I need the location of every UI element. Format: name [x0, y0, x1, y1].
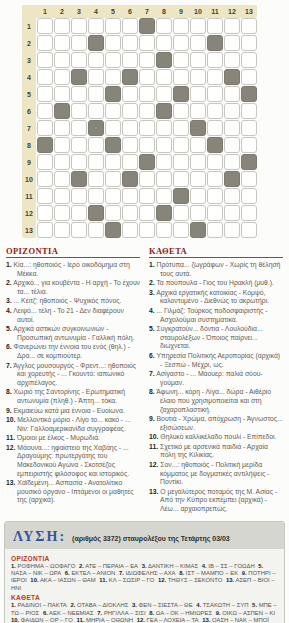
grid-cell[interactable]	[105, 35, 121, 51]
grid-cell[interactable]	[88, 52, 104, 68]
grid-cell[interactable]	[105, 154, 121, 170]
col-label: 13	[241, 5, 257, 17]
grid-cell[interactable]	[54, 154, 70, 170]
grid-cell[interactable]	[207, 154, 223, 170]
col-label: 3	[71, 5, 87, 17]
grid-cell[interactable]	[190, 103, 206, 119]
grid-cell[interactable]	[156, 35, 172, 51]
solution-entry: 12. ΤΗΘΥΣ – ΣΕΚΟΝΤΟ	[158, 577, 222, 583]
grid-cell[interactable]	[190, 69, 206, 85]
row-label: 12	[22, 205, 36, 221]
down-clue: 11. Σχετικό με αρσενικά παιδιά - Αρχαία …	[149, 443, 283, 460]
grid-cell[interactable]	[54, 188, 70, 204]
clue-lists: ΟΡΙΖΟΝΤΙΑ 1. Κία...: ηθοποιός - Ιερό οικ…	[0, 238, 289, 515]
down-clue: 9. Βουτιά - Χρώμα, απόχρωση - Άγνωστος..…	[149, 415, 283, 432]
crossword-board: 1234567891011121312345678910111213	[22, 5, 257, 238]
down-clue: 7. Ασίγαστο - ... Μάουερ: παλιά σόου-γού…	[149, 370, 283, 387]
grid-cell[interactable]	[156, 86, 172, 102]
grid-cell[interactable]	[54, 120, 70, 136]
row-label: 5	[22, 86, 36, 102]
block-cell	[224, 69, 240, 85]
across-clue: 11. Όμοιοι με έλκος - Μυρωδιά.	[6, 434, 140, 443]
grid-cell[interactable]	[190, 154, 206, 170]
grid-cell[interactable]	[54, 86, 70, 102]
grid-cell[interactable]	[156, 120, 172, 136]
grid-cell[interactable]	[207, 222, 223, 238]
grid-cell[interactable]	[139, 205, 155, 221]
grid-cell[interactable]	[54, 52, 70, 68]
grid-cell[interactable]	[139, 171, 155, 187]
grid-cell[interactable]	[156, 137, 172, 153]
grid-cell[interactable]	[71, 35, 87, 51]
grid-cell[interactable]	[241, 52, 257, 68]
row-label: 7	[22, 120, 36, 136]
block-cell	[37, 137, 53, 153]
grid-cell[interactable]	[156, 154, 172, 170]
col-label: 5	[105, 5, 121, 17]
grid-cell[interactable]	[54, 222, 70, 238]
grid-cell[interactable]	[207, 86, 223, 102]
grid-cell[interactable]	[190, 171, 206, 187]
block-cell	[122, 171, 138, 187]
across-clue-list: 1. Κία...: ηθοποιός - Ιερό οικοδόμημα στ…	[6, 261, 140, 505]
down-clue: 12. Σον...: ηθοποιός - Πολιτική μερίδα κ…	[149, 461, 283, 487]
block-cell	[71, 171, 87, 187]
col-label: 7	[139, 5, 155, 17]
grid-cell[interactable]	[88, 86, 104, 102]
solution-entry: 4. ΤΣΑΚΩΤΗ – ΣΥΠ	[196, 602, 248, 608]
grid-cell[interactable]	[190, 188, 206, 204]
solution-entry: 2. ΟΤΑΒΑ – ΔΙΟΚΛΗΣ	[70, 602, 128, 608]
block-cell	[105, 137, 121, 153]
grid-cell[interactable]	[71, 137, 87, 153]
grid-cell[interactable]	[173, 18, 189, 34]
grid-cell[interactable]	[190, 52, 206, 68]
grid-cell[interactable]	[105, 205, 121, 221]
across-clue: 9. Εκμαιεύω κατά μια έννοια - Ευοίωνα.	[6, 407, 140, 416]
grid-cell[interactable]	[190, 18, 206, 34]
across-clue: 5. Αρχικά αστικών συγκοινωνιών - Προσωπι…	[6, 325, 140, 342]
across-clue: 6. Φανερώνει την έννοια του ενός (θηλ.) …	[6, 343, 140, 360]
col-label: 9	[173, 5, 189, 17]
solution-entry: 3. ΦΕΝ – ΣΙΕΣΤΑ – ΘΕ	[132, 602, 193, 608]
solution-entry: 13. ΟΑΣΗ – ΝΑΚ – ΜΠΟΪ	[202, 617, 269, 623]
col-label: 11	[207, 5, 223, 17]
grid-cell[interactable]	[139, 188, 155, 204]
grid-cell[interactable]	[224, 86, 240, 102]
grid-cell[interactable]	[88, 171, 104, 187]
grid-cell[interactable]	[37, 154, 53, 170]
grid-cell[interactable]	[190, 86, 206, 102]
down-clue: 10. Θηλυκό καλλικέλαδο πουλί - Επίπεδοι.	[149, 433, 283, 442]
crossword-grid: 1234567891011121312345678910111213	[22, 5, 257, 238]
row-label: 8	[22, 137, 36, 153]
grid-cell[interactable]	[105, 52, 121, 68]
grid-cell[interactable]	[105, 18, 121, 34]
grid-cell[interactable]	[88, 154, 104, 170]
col-label: 6	[122, 5, 138, 17]
solution-entry: 9. ΟΙΚΩ – ΑΣΠΕΝ – ΚΙ	[216, 610, 275, 616]
solution-panel: ΛΥΣΗ:(αριθμός 3372) σταυρολέξου της Τετά…	[4, 521, 285, 623]
grid-cell[interactable]	[105, 188, 121, 204]
grid-cell[interactable]	[37, 69, 53, 85]
solution-entry: 6. ΕΚΤΕΛ – ΑΝΙΟΝ	[65, 570, 115, 576]
block-cell	[88, 35, 104, 51]
solution-down-header: ΚΑΘΕΤΑ	[11, 594, 278, 601]
grid-cell[interactable]	[156, 188, 172, 204]
across-section: ΟΡΙΖΟΝΤΙΑ 1. Κία...: ηθοποιός - Ιερό οικ…	[6, 246, 140, 515]
grid-cell[interactable]	[88, 188, 104, 204]
grid-cell[interactable]	[173, 222, 189, 238]
grid-cell[interactable]	[54, 171, 70, 187]
row-label: 13	[22, 222, 36, 238]
grid-cell[interactable]	[224, 120, 240, 136]
solution-entry: 2. ΑΤΕ – ΠΕΡΑΙΑ – ΕΑ	[79, 563, 138, 569]
across-clue: 1. Κία...: ηθοποιός - Ιερό οικοδόμημα στ…	[6, 261, 140, 278]
solution-entry: 10. ΦΑΙΔΩΝ – ΟΡ – ΓΟ	[11, 617, 73, 623]
grid-cell[interactable]	[224, 103, 240, 119]
block-cell	[207, 35, 223, 51]
grid-cell[interactable]	[37, 222, 53, 238]
grid-cell[interactable]	[105, 171, 121, 187]
col-label: 10	[190, 5, 206, 17]
grid-cell[interactable]	[88, 103, 104, 119]
col-label: 8	[156, 5, 172, 17]
grid-cell[interactable]	[54, 69, 70, 85]
grid-cell[interactable]	[224, 205, 240, 221]
grid-cell[interactable]	[37, 18, 53, 34]
solution-entry: 8. ΙΣΤ – ΜΑΜΠΟ – ΕΚ	[179, 570, 238, 576]
grid-cell[interactable]	[173, 35, 189, 51]
row-label: 11	[22, 188, 36, 204]
row-label: 3	[22, 52, 36, 68]
grid-cell[interactable]	[71, 86, 87, 102]
block-cell	[139, 154, 155, 170]
grid-cell[interactable]	[224, 188, 240, 204]
grid-cell[interactable]	[190, 35, 206, 51]
solution-entry: 10. ΑΚΑ – ΙΑΣΩΝ – ΘΑΜ	[30, 577, 95, 583]
down-section: ΚΑΘΕΤΑ 1. Πρότυπα... ζωγράφων - Χωρίς τη…	[149, 246, 283, 515]
grid-cell[interactable]	[241, 69, 257, 85]
grid-cell[interactable]	[88, 69, 104, 85]
across-header: ΟΡΙΖΟΝΤΙΑ	[6, 246, 140, 258]
down-clue: 4. ... Γιλμάζ: Τούρκος ποδοσφαιριστής - …	[149, 307, 283, 324]
down-clue: 6. Υπηρεσία Πολιτικής Αεροπορίας (αρχικά…	[149, 352, 283, 369]
grid-cell[interactable]	[139, 69, 155, 85]
col-label: 12	[224, 5, 240, 17]
grid-cell[interactable]	[156, 18, 172, 34]
block-cell	[207, 137, 223, 153]
solution-entry: 11. ΜΗΡΙΑ – ΟΘΩΝΗ	[77, 617, 133, 623]
block-cell	[105, 86, 121, 102]
grid-cell[interactable]	[241, 103, 257, 119]
block-cell	[241, 86, 257, 102]
solution-title: ΛΥΣΗ:	[13, 529, 66, 544]
grid-cell[interactable]	[173, 52, 189, 68]
grid-cell[interactable]	[71, 18, 87, 34]
grid-cell[interactable]	[156, 171, 172, 187]
block-cell	[190, 222, 206, 238]
grid-cell[interactable]	[105, 103, 121, 119]
grid-cell[interactable]	[173, 69, 189, 85]
grid-cell[interactable]	[71, 52, 87, 68]
block-cell	[139, 18, 155, 34]
grid-cell[interactable]	[71, 120, 87, 136]
down-header: ΚΑΘΕΤΑ	[149, 246, 283, 258]
grid-cell[interactable]	[122, 137, 138, 153]
solution-entry: 7. ΙΔΙΩΦΕΛΗΣ – ΑΧΑ	[119, 570, 176, 576]
grid-cell[interactable]	[241, 205, 257, 221]
row-label: 6	[22, 103, 36, 119]
grid-cell[interactable]	[207, 103, 223, 119]
grid-cell[interactable]	[122, 86, 138, 102]
grid-cell[interactable]	[88, 137, 104, 153]
block-cell	[71, 69, 87, 85]
grid-cell[interactable]	[207, 120, 223, 136]
down-clue: 13. Ο μεγαλύτερος ποταμός της Μ. Ασίας -…	[149, 488, 283, 514]
grid-cell[interactable]	[224, 52, 240, 68]
solution-across-text: 1. ΡΟΦΗΜΑ – ΩΟΦΑΓΟ 2. ΑΤΕ – ΠΕΡΑΙΑ – ΕΑ …	[11, 563, 278, 593]
block-cell	[105, 222, 121, 238]
grid-cell[interactable]	[139, 120, 155, 136]
across-clue: 12. Μάουνα...: ηφαίστειο της Χαβάης - ..…	[6, 444, 140, 478]
grid-corner	[22, 5, 36, 17]
grid-cell[interactable]	[241, 137, 257, 153]
across-clue: 3. ... Κέιτζ: ηθοποιός - Ψυχικός πόνος.	[6, 297, 140, 306]
across-clue: 8. Χωριό της Σαντορίνης - Ερωτηματική αν…	[6, 388, 140, 405]
grid-cell[interactable]	[241, 171, 257, 187]
row-label: 4	[22, 69, 36, 85]
solution-header-band: ΛΥΣΗ:(αριθμός 3372) σταυρολέξου της Τετά…	[5, 522, 284, 549]
grid-cell[interactable]	[122, 222, 138, 238]
solution-entry: 1. ΡΟΦΗΜΑ – ΩΟΦΑΓΟ	[11, 563, 75, 569]
solution-entry: 8. ΩΑ – ΟΚ – ΗΜΙΩΡΕΣ	[149, 610, 212, 616]
grid-cell[interactable]	[224, 222, 240, 238]
down-clue: 2. Τα πούπουλα - Γιος του Ηρακλή (μυθ.).	[149, 279, 283, 288]
grid-cell[interactable]	[37, 188, 53, 204]
grid-cell[interactable]	[173, 137, 189, 153]
grid-cell[interactable]	[207, 69, 223, 85]
grid-cell[interactable]	[122, 154, 138, 170]
down-clue-list: 1. Πρότυπα... ζωγράφων - Χωρίς τη θέλησή…	[149, 261, 283, 514]
grid-cell[interactable]	[139, 35, 155, 51]
grid-cell[interactable]	[88, 18, 104, 34]
col-label: 2	[54, 5, 70, 17]
col-label: 4	[88, 5, 104, 17]
grid-cell[interactable]	[139, 222, 155, 238]
grid-cell[interactable]	[122, 205, 138, 221]
block-cell	[156, 52, 172, 68]
grid-cell[interactable]	[173, 103, 189, 119]
grid-cell[interactable]	[71, 222, 87, 238]
solution-entry: 6. ΑΕΚ – ΝΕΕΜΙΑΣ	[43, 610, 94, 616]
down-clue: 5. Συγκρατούν... δόντια - Λουλούδια... σ…	[149, 325, 283, 351]
block-cell	[224, 171, 240, 187]
row-label: 2	[22, 35, 36, 51]
grid-cell[interactable]	[173, 171, 189, 187]
grid-cell[interactable]	[190, 137, 206, 153]
across-clue: 10. Μελλοντικό μόριο - Λίγο το... κακό -…	[6, 416, 140, 433]
down-clue: 1. Πρότυπα... ζωγράφων - Χωρίς τη θέλησή…	[149, 261, 283, 278]
grid-cell[interactable]	[37, 205, 53, 221]
block-cell	[156, 205, 172, 221]
block-cell	[122, 69, 138, 85]
grid-cell[interactable]	[241, 35, 257, 51]
grid-cell[interactable]	[224, 35, 240, 51]
grid-cell[interactable]	[71, 103, 87, 119]
grid-cell[interactable]	[173, 120, 189, 136]
grid-cell[interactable]	[241, 18, 257, 34]
grid-cell[interactable]	[241, 120, 257, 136]
grid-cell[interactable]	[156, 222, 172, 238]
grid-cell[interactable]	[54, 35, 70, 51]
grid-cell[interactable]	[37, 120, 53, 136]
grid-cell[interactable]	[71, 205, 87, 221]
solution-entry: 1. ΡΑΔΙΝΟΙ – ΠΑΚΤΑ	[11, 602, 67, 608]
grid-cell[interactable]	[207, 18, 223, 34]
block-cell	[173, 188, 189, 204]
solution-across-header: ΟΡΙΖΟΝΤΙΑ	[11, 555, 278, 562]
grid-cell[interactable]	[207, 171, 223, 187]
across-clue: 7. Άγγλος μουσουργός - Φρεντ...: ηθοποιό…	[6, 362, 140, 388]
grid-cell[interactable]	[173, 205, 189, 221]
block-cell	[156, 103, 172, 119]
grid-cell[interactable]	[173, 154, 189, 170]
grid-cell[interactable]	[71, 154, 87, 170]
solution-entry: 11. ΚΛ – ΣΩΣΙΡ – ΓΟ	[99, 577, 154, 583]
grid-cell[interactable]	[122, 35, 138, 51]
grid-cell[interactable]	[54, 18, 70, 34]
grid-cell[interactable]	[54, 137, 70, 153]
block-cell	[190, 120, 206, 136]
block-cell	[88, 120, 104, 136]
grid-cell[interactable]	[139, 86, 155, 102]
grid-cell[interactable]	[207, 205, 223, 221]
block-cell	[241, 154, 257, 170]
block-cell	[54, 103, 70, 119]
grid-cell[interactable]	[241, 222, 257, 238]
grid-cell[interactable]	[105, 120, 121, 136]
grid-cell[interactable]	[37, 103, 53, 119]
grid-cell[interactable]	[37, 86, 53, 102]
grid-cell[interactable]	[224, 137, 240, 153]
grid-cell[interactable]	[122, 103, 138, 119]
grid-cell[interactable]	[122, 188, 138, 204]
grid-cell[interactable]	[190, 205, 206, 221]
grid-cell[interactable]	[139, 137, 155, 153]
grid-cell[interactable]	[241, 188, 257, 204]
down-clue: 3. Αρχικά εργατικής κατοικίας - Κομψό, κ…	[149, 289, 283, 306]
solution-entry: 3. ΔΑΝΤΙΚΗ – ΚΙΜΑΣ	[142, 563, 198, 569]
grid-cell[interactable]	[122, 52, 138, 68]
row-label: 1	[22, 18, 36, 34]
solution-down-text: 1. ΡΑΔΙΝΟΙ – ΠΑΚΤΑ 2. ΟΤΑΒΑ – ΔΙΟΚΛΗΣ 3.…	[11, 602, 278, 623]
grid-cell[interactable]	[37, 52, 53, 68]
grid-cell[interactable]	[139, 52, 155, 68]
grid-cell[interactable]	[224, 154, 240, 170]
down-clue: 8. Άφωνη... κόρη - Λίγα... δώρα - Αιθέρι…	[149, 388, 283, 414]
grid-cell[interactable]	[139, 103, 155, 119]
grid-cell[interactable]	[71, 188, 87, 204]
across-clue: 13. Χαϊδεμένη... Ασπασία - Ανατολίτικο μ…	[6, 479, 140, 505]
grid-cell[interactable]	[224, 18, 240, 34]
grid-cell[interactable]	[37, 171, 53, 187]
grid-cell[interactable]	[122, 120, 138, 136]
row-label: 9	[22, 154, 36, 170]
row-label: 10	[22, 171, 36, 187]
col-label: 1	[37, 5, 53, 17]
solution-entry: 12. ΓΕΑ – ΛΟΧΕΙΑ – ΤΑ	[137, 617, 199, 623]
grid-cell[interactable]	[207, 52, 223, 68]
grid-cell[interactable]	[156, 69, 172, 85]
grid-cell[interactable]	[122, 18, 138, 34]
solution-entry: 7. ΡΗΓΙΛΛΑ – ΣΙΣΙ	[97, 610, 145, 616]
grid-cell[interactable]	[105, 69, 121, 85]
block-cell	[88, 205, 104, 221]
solution-body: ΟΡΙΖΟΝΤΙΑ 1. ΡΟΦΗΜΑ – ΩΟΦΑΓΟ 2. ΑΤΕ – ΠΕ…	[5, 549, 284, 623]
block-cell	[173, 86, 189, 102]
grid-cell[interactable]	[88, 222, 104, 238]
grid-cell[interactable]	[54, 205, 70, 221]
grid-cell[interactable]	[207, 188, 223, 204]
solution-entry: 4. ΙΒ – ΣΣ – ΓΟΩΔΗ	[202, 563, 255, 569]
across-clue: 2. Αρχικό... για κουβέντα - Η αρχή - Το …	[6, 279, 140, 296]
grid-cell[interactable]	[37, 35, 53, 51]
across-clue: 4. Λειψό... τέλη - Το 21 - Δεν διαφέρουν…	[6, 307, 140, 324]
solution-subtitle: (αριθμός 3372) σταυρολέξου της Τετάρτης …	[72, 535, 230, 542]
